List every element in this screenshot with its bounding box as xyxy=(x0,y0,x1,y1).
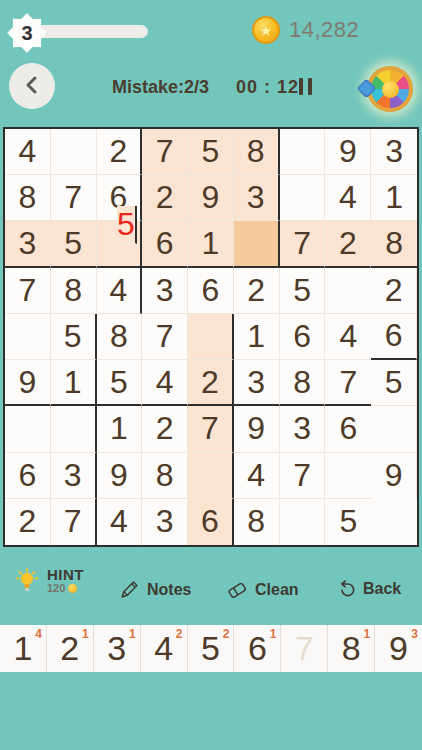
cell-r1c4[interactable]: 7 xyxy=(142,129,188,175)
pad-digit-5[interactable]: 52 xyxy=(188,625,235,672)
cell-r6c7[interactable]: 3 xyxy=(234,360,280,406)
pad-digit-remaining-count: 2 xyxy=(223,627,230,641)
cell-r7c4[interactable]: 1 xyxy=(97,406,143,452)
app-screen: 3 ★ 14,282 Mistake:2/3 00 : 12 427589387… xyxy=(0,0,422,750)
pad-digit-value: 8 xyxy=(342,629,361,668)
wheel-center-icon xyxy=(382,81,399,98)
cell-r5c7[interactable]: 1 xyxy=(234,314,280,360)
clean-label: Clean xyxy=(255,581,299,599)
hint-cost: 120 xyxy=(47,583,77,595)
pad-digit-value: 5 xyxy=(201,629,220,668)
wheel-pointer-icon xyxy=(359,81,375,97)
cell-r8c6[interactable] xyxy=(188,453,234,499)
cell-r1c3[interactable]: 2 xyxy=(97,129,143,175)
cell-r8c9[interactable] xyxy=(325,453,371,499)
cell-r6c8[interactable]: 8 xyxy=(280,360,326,406)
mistake-counter: Mistake:2/3 xyxy=(112,77,209,98)
cell-r6c6[interactable]: 2 xyxy=(188,360,234,406)
cell-r6c4[interactable]: 5 xyxy=(97,360,143,406)
notes-button[interactable]: Notes xyxy=(119,579,191,600)
pad-digit-remaining-count: 1 xyxy=(363,627,370,641)
cell-r9c6[interactable]: 6 xyxy=(188,499,234,545)
cell-r9c5[interactable]: 3 xyxy=(142,499,188,545)
hint-label: HINT xyxy=(47,567,84,583)
cell-r2c1[interactable]: 8 xyxy=(5,175,51,221)
cell-r2c9[interactable]: 1 xyxy=(371,175,417,221)
cell-r3c7[interactable]: 7 xyxy=(280,221,326,267)
pad-digit-4[interactable]: 42 xyxy=(141,625,188,672)
cell-r8c8[interactable]: 7 xyxy=(280,453,326,499)
mistake-value: 2/3 xyxy=(184,77,209,97)
cell-r4c4[interactable]: 3 xyxy=(142,268,188,314)
cell-r8c5[interactable]: 8 xyxy=(142,453,188,499)
cell-r1c2[interactable] xyxy=(51,129,97,175)
cell-r1c7[interactable] xyxy=(280,129,326,175)
cell-r9c8[interactable] xyxy=(280,499,326,545)
cell-r8c1[interactable] xyxy=(371,406,417,452)
cell-r3c4[interactable]: 6 xyxy=(142,221,188,267)
cell-r7c5[interactable]: 2 xyxy=(142,406,188,452)
mini-coin-icon xyxy=(68,584,77,593)
cell-r5c1[interactable]: 2 xyxy=(371,268,417,314)
cell-r4c6[interactable]: 5 xyxy=(117,206,137,244)
cell-r8c7[interactable]: 4 xyxy=(234,453,280,499)
cell-r5c9[interactable]: 4 xyxy=(325,314,371,360)
cell-r3c9[interactable]: 8 xyxy=(371,221,417,267)
cell-r9c9[interactable]: 5 xyxy=(325,499,371,545)
cell-r1c1[interactable]: 4 xyxy=(5,129,51,175)
sudoku-board: 4275893876293413561728784365252587164691… xyxy=(3,127,419,547)
number-pad: 14213142526178193 xyxy=(0,625,422,672)
cell-r8c2[interactable]: 6 xyxy=(5,453,51,499)
cell-r1c8[interactable]: 9 xyxy=(325,129,371,175)
pad-digit-remaining-count: 4 xyxy=(35,627,42,641)
level-number: 3 xyxy=(21,22,32,45)
cell-r6c9[interactable]: 7 xyxy=(325,360,371,406)
cell-r9c4[interactable]: 4 xyxy=(97,499,143,545)
cell-r6c2[interactable]: 9 xyxy=(5,360,51,406)
cell-r2c6[interactable]: 3 xyxy=(234,175,280,221)
cell-r1c5[interactable]: 5 xyxy=(188,129,234,175)
cell-r1c6[interactable]: 8 xyxy=(234,129,280,175)
cell-r4c9[interactable] xyxy=(325,268,371,314)
cell-r8c3[interactable]: 3 xyxy=(51,453,97,499)
eraser-icon xyxy=(226,579,248,601)
cell-r2c2[interactable]: 7 xyxy=(51,175,97,221)
hint-button[interactable]: HINT 120 xyxy=(14,567,84,594)
pad-digit-3[interactable]: 31 xyxy=(94,625,141,672)
cell-r5c6[interactable] xyxy=(188,314,234,360)
cell-r7c9[interactable]: 6 xyxy=(325,406,371,452)
pause-icon xyxy=(299,78,303,95)
lightbulb-icon xyxy=(14,568,40,594)
undo-button[interactable]: Back xyxy=(336,579,401,599)
cell-r4c2[interactable]: 8 xyxy=(51,268,97,314)
undo-arrow-icon xyxy=(336,579,356,599)
cell-r3c6[interactable] xyxy=(234,221,280,267)
pad-digit-2[interactable]: 21 xyxy=(47,625,94,672)
pad-digit-value: 2 xyxy=(60,629,79,668)
cell-r5c8[interactable]: 6 xyxy=(280,314,326,360)
pad-digit-7: 7 xyxy=(281,625,328,672)
coin-counter: ★ 14,282 xyxy=(252,16,359,44)
pad-digit-remaining-count: 2 xyxy=(176,627,183,641)
cell-r3c5[interactable]: 1 xyxy=(188,221,234,267)
level-progress-bar xyxy=(34,25,148,38)
pad-digit-value: 6 xyxy=(248,629,267,668)
cell-r7c7[interactable]: 9 xyxy=(234,406,280,452)
pad-digit-value: 9 xyxy=(389,629,408,668)
cell-r2c7[interactable] xyxy=(280,175,326,221)
cell-r4c8[interactable]: 5 xyxy=(280,268,326,314)
pad-digit-remaining-count: 1 xyxy=(82,627,89,641)
cell-r4c7[interactable]: 2 xyxy=(234,268,280,314)
coin-icon: ★ xyxy=(252,16,280,44)
cell-r4c3[interactable]: 4 xyxy=(97,268,143,314)
mistake-label: Mistake: xyxy=(112,77,184,97)
timer: 00 : 12 xyxy=(236,77,299,98)
cell-r5c3[interactable]: 5 xyxy=(51,314,97,360)
pad-digit-remaining-count: 1 xyxy=(129,627,136,641)
cell-r2c4[interactable]: 2 xyxy=(142,175,188,221)
cell-r7c3[interactable] xyxy=(51,406,97,452)
cell-r2c8[interactable]: 4 xyxy=(325,175,371,221)
chevron-left-icon xyxy=(22,75,42,98)
coin-star-icon: ★ xyxy=(259,23,272,38)
cell-r3c8[interactable]: 2 xyxy=(325,221,371,267)
cell-r9c1[interactable]: 9 xyxy=(371,453,417,499)
coin-count: 14,282 xyxy=(289,17,359,43)
cell-r7c1[interactable]: 5 xyxy=(371,360,417,406)
cell-r1c9[interactable]: 3 xyxy=(371,129,417,175)
pad-digit-value: 3 xyxy=(107,629,126,668)
pencil-icon xyxy=(119,579,140,600)
prize-wheel-button[interactable] xyxy=(367,66,413,112)
cell-r6c1[interactable]: 6 xyxy=(371,314,417,360)
pad-digit-6[interactable]: 61 xyxy=(234,625,281,672)
cell-r7c6[interactable]: 7 xyxy=(188,406,234,452)
pad-digit-remaining-count: 3 xyxy=(411,627,418,641)
clean-button[interactable]: Clean xyxy=(226,579,299,601)
cell-r3c2[interactable]: 5 xyxy=(51,221,97,267)
cell-r5c5[interactable]: 7 xyxy=(142,314,188,360)
pad-digit-value: 4 xyxy=(154,629,173,668)
cell-r2c5[interactable]: 9 xyxy=(188,175,234,221)
level-badge: 3 xyxy=(7,13,47,53)
cell-r5c2[interactable] xyxy=(5,314,51,360)
cell-r7c8[interactable]: 3 xyxy=(280,406,326,452)
cell-r4c5[interactable]: 6 xyxy=(188,268,234,314)
pad-digit-1[interactable]: 14 xyxy=(0,625,47,672)
pad-digit-remaining-count: 1 xyxy=(270,627,277,641)
pad-digit-9[interactable]: 93 xyxy=(375,625,422,672)
cell-r8c4[interactable]: 9 xyxy=(97,453,143,499)
back-button[interactable] xyxy=(9,63,55,109)
notes-label: Notes xyxy=(147,581,191,599)
pause-button[interactable] xyxy=(299,78,312,95)
pad-digit-value: 1 xyxy=(13,629,32,668)
cell-r9c7[interactable]: 8 xyxy=(234,499,280,545)
pad-digit-8[interactable]: 81 xyxy=(328,625,375,672)
cell-r6c3[interactable]: 1 xyxy=(51,360,97,406)
cell-r3c1[interactable]: 3 xyxy=(5,221,51,267)
cell-r5c4[interactable]: 8 xyxy=(97,314,143,360)
cell-r6c5[interactable]: 4 xyxy=(142,360,188,406)
cell-r9c2[interactable]: 2 xyxy=(5,499,51,545)
cell-r7c2[interactable] xyxy=(5,406,51,452)
cell-r4c1[interactable]: 7 xyxy=(5,268,51,314)
pad-digit-value: 7 xyxy=(295,629,314,668)
cell-r9c3[interactable]: 7 xyxy=(51,499,97,545)
undo-back-label: Back xyxy=(363,580,401,598)
